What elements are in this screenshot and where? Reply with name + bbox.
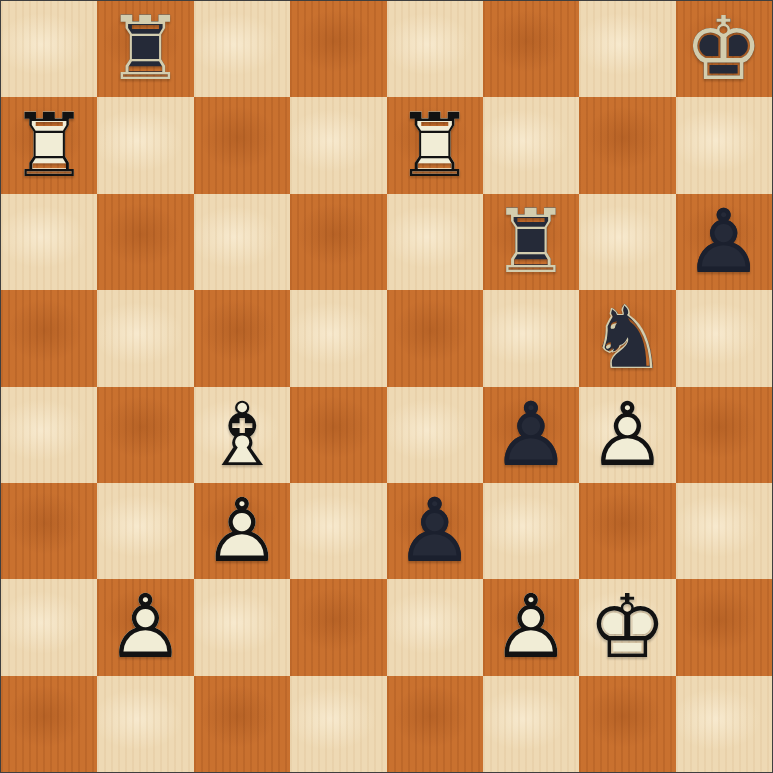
- square-a3[interactable]: [1, 483, 97, 579]
- chess-board: ♜♖♚♔♜♖♜♖♜♖♟♙♞♘♝♗♟♙♟♙♟♙♟♙♟♙♟♙♚♔: [0, 0, 773, 773]
- square-d3[interactable]: [290, 483, 386, 579]
- square-e7[interactable]: ♜♖: [387, 97, 483, 193]
- square-b5[interactable]: [97, 290, 193, 386]
- square-h7[interactable]: [676, 97, 772, 193]
- square-b4[interactable]: [97, 387, 193, 483]
- square-f7[interactable]: [483, 97, 579, 193]
- square-f2[interactable]: ♟♙: [483, 579, 579, 675]
- square-f3[interactable]: [483, 483, 579, 579]
- black-rook-outline-icon: ♖: [483, 194, 579, 290]
- square-h5[interactable]: [676, 290, 772, 386]
- square-h1[interactable]: [676, 676, 772, 772]
- square-c3[interactable]: ♟♙: [194, 483, 290, 579]
- white-pawn-outline-icon: ♙: [579, 387, 675, 483]
- white-pawn-b2[interactable]: ♟♙: [97, 579, 193, 675]
- square-b2[interactable]: ♟♙: [97, 579, 193, 675]
- square-h3[interactable]: [676, 483, 772, 579]
- square-e1[interactable]: [387, 676, 483, 772]
- square-f8[interactable]: [483, 1, 579, 97]
- square-c1[interactable]: [194, 676, 290, 772]
- black-rook-b8[interactable]: ♜♖: [97, 1, 193, 97]
- square-h8[interactable]: ♚♔: [676, 1, 772, 97]
- square-e8[interactable]: [387, 1, 483, 97]
- white-pawn-g4[interactable]: ♟♙: [579, 387, 675, 483]
- black-pawn-outline-icon: ♙: [676, 194, 772, 290]
- square-g3[interactable]: [579, 483, 675, 579]
- square-c6[interactable]: [194, 194, 290, 290]
- square-g8[interactable]: [579, 1, 675, 97]
- white-king-outline-icon: ♔: [579, 579, 675, 675]
- white-pawn-f2[interactable]: ♟♙: [483, 579, 579, 675]
- white-king-g2[interactable]: ♚♔: [579, 579, 675, 675]
- square-d7[interactable]: [290, 97, 386, 193]
- square-g1[interactable]: [579, 676, 675, 772]
- square-c2[interactable]: [194, 579, 290, 675]
- black-knight-g5[interactable]: ♞♘: [579, 290, 675, 386]
- square-b8[interactable]: ♜♖: [97, 1, 193, 97]
- black-pawn-f4[interactable]: ♟♙: [483, 387, 579, 483]
- white-pawn-outline-icon: ♙: [483, 579, 579, 675]
- white-rook-a7[interactable]: ♜♖: [1, 97, 97, 193]
- white-rook-outline-icon: ♖: [387, 97, 483, 193]
- square-a6[interactable]: [1, 194, 97, 290]
- square-d1[interactable]: [290, 676, 386, 772]
- black-king-h8[interactable]: ♚♔: [676, 1, 772, 97]
- black-pawn-e3[interactable]: ♟♙: [387, 483, 483, 579]
- white-rook-e7[interactable]: ♜♖: [387, 97, 483, 193]
- square-e3[interactable]: ♟♙: [387, 483, 483, 579]
- square-f1[interactable]: [483, 676, 579, 772]
- square-d5[interactable]: [290, 290, 386, 386]
- white-bishop-c4[interactable]: ♝♗: [194, 387, 290, 483]
- black-rook-outline-icon: ♖: [97, 1, 193, 97]
- square-e5[interactable]: [387, 290, 483, 386]
- black-pawn-outline-icon: ♙: [483, 387, 579, 483]
- square-h2[interactable]: [676, 579, 772, 675]
- square-d6[interactable]: [290, 194, 386, 290]
- black-rook-f6[interactable]: ♜♖: [483, 194, 579, 290]
- black-king-outline-icon: ♔: [676, 1, 772, 97]
- square-f5[interactable]: [483, 290, 579, 386]
- square-g6[interactable]: [579, 194, 675, 290]
- square-g7[interactable]: [579, 97, 675, 193]
- square-g5[interactable]: ♞♘: [579, 290, 675, 386]
- black-pawn-outline-icon: ♙: [387, 483, 483, 579]
- square-d8[interactable]: [290, 1, 386, 97]
- square-c7[interactable]: [194, 97, 290, 193]
- square-h4[interactable]: [676, 387, 772, 483]
- square-d4[interactable]: [290, 387, 386, 483]
- white-pawn-c3[interactable]: ♟♙: [194, 483, 290, 579]
- square-c8[interactable]: [194, 1, 290, 97]
- square-h6[interactable]: ♟♙: [676, 194, 772, 290]
- white-pawn-outline-icon: ♙: [194, 483, 290, 579]
- square-a7[interactable]: ♜♖: [1, 97, 97, 193]
- square-c4[interactable]: ♝♗: [194, 387, 290, 483]
- black-knight-outline-icon: ♘: [579, 290, 675, 386]
- square-d2[interactable]: [290, 579, 386, 675]
- square-a5[interactable]: [1, 290, 97, 386]
- square-e4[interactable]: [387, 387, 483, 483]
- square-a2[interactable]: [1, 579, 97, 675]
- white-bishop-outline-icon: ♗: [194, 387, 290, 483]
- square-e2[interactable]: [387, 579, 483, 675]
- square-g4[interactable]: ♟♙: [579, 387, 675, 483]
- square-g2[interactable]: ♚♔: [579, 579, 675, 675]
- square-a8[interactable]: [1, 1, 97, 97]
- square-a1[interactable]: [1, 676, 97, 772]
- white-pawn-outline-icon: ♙: [97, 579, 193, 675]
- square-b3[interactable]: [97, 483, 193, 579]
- square-b7[interactable]: [97, 97, 193, 193]
- square-f6[interactable]: ♜♖: [483, 194, 579, 290]
- white-rook-outline-icon: ♖: [1, 97, 97, 193]
- square-b1[interactable]: [97, 676, 193, 772]
- black-pawn-h6[interactable]: ♟♙: [676, 194, 772, 290]
- square-c5[interactable]: [194, 290, 290, 386]
- square-f4[interactable]: ♟♙: [483, 387, 579, 483]
- square-e6[interactable]: [387, 194, 483, 290]
- square-b6[interactable]: [97, 194, 193, 290]
- square-a4[interactable]: [1, 387, 97, 483]
